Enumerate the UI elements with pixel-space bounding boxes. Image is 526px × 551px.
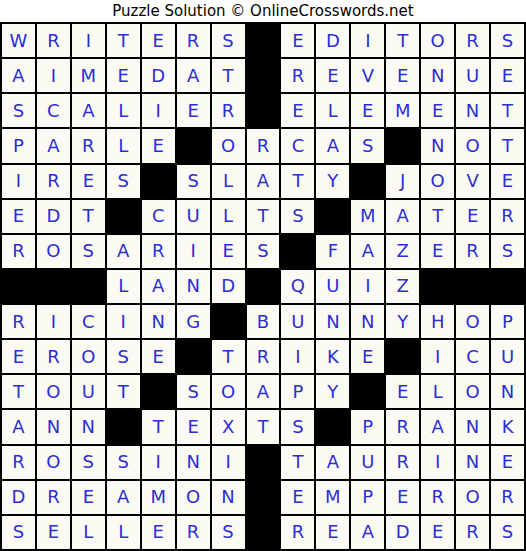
letter-cell-r7c2: O <box>37 235 70 268</box>
letter-cell-r2c13: N <box>421 59 454 92</box>
block-cell-r15c8 <box>247 516 280 549</box>
letter-cell-r8c4: L <box>107 270 140 303</box>
letter-cell-r11c1: T <box>2 375 35 408</box>
letter-cell-r13c14: N <box>456 446 489 479</box>
letter-cell-r6c12: A <box>386 200 419 233</box>
letter-cell-r1c10: D <box>316 24 349 57</box>
letter-cell-r5c12: J <box>386 165 419 198</box>
letter-cell-r8c10: U <box>316 270 349 303</box>
letter-cell-r13c1: R <box>2 446 35 479</box>
letter-cell-r8c7: D <box>212 270 245 303</box>
letter-cell-r15c7: S <box>212 516 245 549</box>
letter-cell-r4c11: S <box>351 129 384 162</box>
letter-cell-r9c15: P <box>491 305 524 338</box>
letter-cell-r3c13: E <box>421 94 454 127</box>
letter-cell-r5c9: T <box>281 165 314 198</box>
letter-cell-r14c4: A <box>107 481 140 514</box>
letter-cell-r10c13: I <box>421 340 454 373</box>
letter-cell-r5c7: L <box>212 165 245 198</box>
letter-cell-r6c6: U <box>177 200 210 233</box>
letter-cell-r4c3: R <box>72 129 105 162</box>
letter-cell-r13c10: A <box>316 446 349 479</box>
letter-cell-r4c13: N <box>421 129 454 162</box>
letter-cell-r15c4: L <box>107 516 140 549</box>
letter-cell-r2c1: A <box>2 59 35 92</box>
letter-cell-r15c10: E <box>316 516 349 549</box>
letter-cell-r3c4: L <box>107 94 140 127</box>
letter-cell-r4c9: C <box>281 129 314 162</box>
letter-cell-r8c11: I <box>351 270 384 303</box>
block-cell-r3c8 <box>247 94 280 127</box>
letter-cell-r9c8: B <box>247 305 280 338</box>
letter-cell-r13c9: T <box>281 446 314 479</box>
letter-cell-r15c14: R <box>456 516 489 549</box>
letter-cell-r4c7: O <box>212 129 245 162</box>
letter-cell-r13c2: O <box>37 446 70 479</box>
letter-cell-r1c13: O <box>421 24 454 57</box>
letter-cell-r3c6: E <box>177 94 210 127</box>
letter-cell-r1c6: R <box>177 24 210 57</box>
letter-cell-r7c14: R <box>456 235 489 268</box>
letter-cell-r9c12: Y <box>386 305 419 338</box>
block-cell-r10c12 <box>386 340 419 373</box>
letter-cell-r5c15: E <box>491 165 524 198</box>
letter-cell-r2c6: A <box>177 59 210 92</box>
letter-cell-r3c11: E <box>351 94 384 127</box>
letter-cell-r5c2: R <box>37 165 70 198</box>
letter-cell-r13c3: S <box>72 446 105 479</box>
letter-cell-r14c15: R <box>491 481 524 514</box>
block-cell-r8c13 <box>421 270 454 303</box>
letter-cell-r10c10: K <box>316 340 349 373</box>
block-cell-r8c8 <box>247 270 280 303</box>
letter-cell-r8c5: A <box>142 270 175 303</box>
letter-cell-r15c6: R <box>177 516 210 549</box>
letter-cell-r12c5: T <box>142 410 175 443</box>
block-cell-r6c4 <box>107 200 140 233</box>
letter-cell-r1c5: E <box>142 24 175 57</box>
letter-cell-r1c4: T <box>107 24 140 57</box>
block-cell-r8c1 <box>2 270 35 303</box>
block-cell-r12c10 <box>316 410 349 443</box>
letter-cell-r2c7: T <box>212 59 245 92</box>
letter-cell-r12c11: P <box>351 410 384 443</box>
letter-cell-r11c4: T <box>107 375 140 408</box>
letter-cell-r2c15: E <box>491 59 524 92</box>
letter-cell-r3c14: N <box>456 94 489 127</box>
letter-cell-r12c15: K <box>491 410 524 443</box>
block-cell-r1c8 <box>247 24 280 57</box>
letter-cell-r10c8: R <box>247 340 280 373</box>
letter-cell-r13c6: N <box>177 446 210 479</box>
letter-cell-r5c6: S <box>177 165 210 198</box>
block-cell-r10c6 <box>177 340 210 373</box>
letter-cell-r4c1: P <box>2 129 35 162</box>
block-cell-r5c5 <box>142 165 175 198</box>
letter-cell-r11c10: Y <box>316 375 349 408</box>
block-cell-r8c15 <box>491 270 524 303</box>
block-cell-r14c8 <box>247 481 280 514</box>
letter-cell-r11c12: E <box>386 375 419 408</box>
letter-cell-r15c9: R <box>281 516 314 549</box>
letter-cell-r1c7: S <box>212 24 245 57</box>
letter-cell-r14c11: P <box>351 481 384 514</box>
letter-cell-r11c9: P <box>281 375 314 408</box>
block-cell-r8c14 <box>456 270 489 303</box>
letter-cell-r3c5: I <box>142 94 175 127</box>
block-cell-r9c7 <box>212 305 245 338</box>
letter-cell-r15c11: A <box>351 516 384 549</box>
letter-cell-r3c1: S <box>2 94 35 127</box>
letter-cell-r4c8: R <box>247 129 280 162</box>
block-cell-r4c12 <box>386 129 419 162</box>
letter-cell-r2c3: M <box>72 59 105 92</box>
letter-cell-r12c6: E <box>177 410 210 443</box>
letter-cell-r6c14: E <box>456 200 489 233</box>
letter-cell-r9c10: N <box>316 305 349 338</box>
letter-cell-r11c13: L <box>421 375 454 408</box>
letter-cell-r7c13: E <box>421 235 454 268</box>
letter-cell-r10c3: O <box>72 340 105 373</box>
letter-cell-r8c9: Q <box>281 270 314 303</box>
letter-cell-r14c1: D <box>2 481 35 514</box>
letter-cell-r10c2: R <box>37 340 70 373</box>
letter-cell-r14c7: N <box>212 481 245 514</box>
page-title: Puzzle Solution © OnlineCrosswords.net <box>0 0 526 22</box>
letter-cell-r6c8: T <box>247 200 280 233</box>
letter-cell-r10c4: S <box>107 340 140 373</box>
letter-cell-r13c7: I <box>212 446 245 479</box>
letter-cell-r3c9: E <box>281 94 314 127</box>
letter-cell-r9c13: H <box>421 305 454 338</box>
letter-cell-r4c10: A <box>316 129 349 162</box>
letter-cell-r7c5: R <box>142 235 175 268</box>
letter-cell-r15c5: E <box>142 516 175 549</box>
letter-cell-r4c14: O <box>456 129 489 162</box>
letter-cell-r9c5: N <box>142 305 175 338</box>
letter-cell-r3c3: A <box>72 94 105 127</box>
letter-cell-r11c15: N <box>491 375 524 408</box>
letter-cell-r10c15: U <box>491 340 524 373</box>
letter-cell-r1c1: W <box>2 24 35 57</box>
letter-cell-r6c2: D <box>37 200 70 233</box>
letter-cell-r6c3: T <box>72 200 105 233</box>
letter-cell-r2c12: E <box>386 59 419 92</box>
letter-cell-r10c5: E <box>142 340 175 373</box>
letter-cell-r13c11: U <box>351 446 384 479</box>
letter-cell-r11c14: O <box>456 375 489 408</box>
crossword-grid: WRITERSEDITORSAIMEDATREVENUESCALIERELEME… <box>0 22 526 551</box>
letter-cell-r5c4: S <box>107 165 140 198</box>
letter-cell-r3c12: M <box>386 94 419 127</box>
letter-cell-r1c14: R <box>456 24 489 57</box>
letter-cell-r14c3: E <box>72 481 105 514</box>
letter-cell-r7c6: I <box>177 235 210 268</box>
letter-cell-r6c7: L <box>212 200 245 233</box>
letter-cell-r15c13: E <box>421 516 454 549</box>
letter-cell-r9c3: C <box>72 305 105 338</box>
letter-cell-r12c7: X <box>212 410 245 443</box>
letter-cell-r11c6: S <box>177 375 210 408</box>
letter-cell-r10c9: I <box>281 340 314 373</box>
letter-cell-r7c15: S <box>491 235 524 268</box>
letter-cell-r2c14: U <box>456 59 489 92</box>
letter-cell-r12c9: S <box>281 410 314 443</box>
block-cell-r6c10 <box>316 200 349 233</box>
letter-cell-r5c13: O <box>421 165 454 198</box>
letter-cell-r7c7: E <box>212 235 245 268</box>
letter-cell-r14c12: E <box>386 481 419 514</box>
letter-cell-r5c1: I <box>2 165 35 198</box>
letter-cell-r15c2: E <box>37 516 70 549</box>
block-cell-r13c8 <box>247 446 280 479</box>
letter-cell-r1c15: S <box>491 24 524 57</box>
letter-cell-r14c10: M <box>316 481 349 514</box>
letter-cell-r13c15: E <box>491 446 524 479</box>
letter-cell-r12c13: A <box>421 410 454 443</box>
letter-cell-r14c6: O <box>177 481 210 514</box>
letter-cell-r12c3: N <box>72 410 105 443</box>
letter-cell-r3c2: C <box>37 94 70 127</box>
block-cell-r11c5 <box>142 375 175 408</box>
letter-cell-r13c13: I <box>421 446 454 479</box>
letter-cell-r1c11: I <box>351 24 384 57</box>
letter-cell-r3c15: T <box>491 94 524 127</box>
letter-cell-r7c12: Z <box>386 235 419 268</box>
letter-cell-r7c3: S <box>72 235 105 268</box>
letter-cell-r6c15: R <box>491 200 524 233</box>
letter-cell-r2c9: R <box>281 59 314 92</box>
letter-cell-r13c4: S <box>107 446 140 479</box>
letter-cell-r11c8: A <box>247 375 280 408</box>
letter-cell-r14c5: M <box>142 481 175 514</box>
letter-cell-r10c7: T <box>212 340 245 373</box>
letter-cell-r2c4: E <box>107 59 140 92</box>
letter-cell-r4c2: A <box>37 129 70 162</box>
letter-cell-r7c1: R <box>2 235 35 268</box>
letter-cell-r11c3: U <box>72 375 105 408</box>
letter-cell-r15c12: D <box>386 516 419 549</box>
letter-cell-r2c10: E <box>316 59 349 92</box>
letter-cell-r1c9: E <box>281 24 314 57</box>
letter-cell-r4c4: L <box>107 129 140 162</box>
block-cell-r7c9 <box>281 235 314 268</box>
letter-cell-r14c13: R <box>421 481 454 514</box>
letter-cell-r14c2: R <box>37 481 70 514</box>
letter-cell-r10c1: E <box>2 340 35 373</box>
letter-cell-r15c15: S <box>491 516 524 549</box>
letter-cell-r8c12: Z <box>386 270 419 303</box>
block-cell-r4c6 <box>177 129 210 162</box>
letter-cell-r1c2: R <box>37 24 70 57</box>
letter-cell-r2c2: I <box>37 59 70 92</box>
letter-cell-r3c10: L <box>316 94 349 127</box>
letter-cell-r12c14: N <box>456 410 489 443</box>
letter-cell-r9c14: O <box>456 305 489 338</box>
letter-cell-r7c10: F <box>316 235 349 268</box>
letter-cell-r9c4: I <box>107 305 140 338</box>
letter-cell-r11c2: O <box>37 375 70 408</box>
letter-cell-r6c13: T <box>421 200 454 233</box>
letter-cell-r9c11: N <box>351 305 384 338</box>
letter-cell-r3c7: R <box>212 94 245 127</box>
block-cell-r11c11 <box>351 375 384 408</box>
letter-cell-r7c8: S <box>247 235 280 268</box>
letter-cell-r9c2: I <box>37 305 70 338</box>
block-cell-r5c11 <box>351 165 384 198</box>
letter-cell-r4c5: E <box>142 129 175 162</box>
letter-cell-r9c6: G <box>177 305 210 338</box>
letter-cell-r15c3: L <box>72 516 105 549</box>
letter-cell-r2c11: V <box>351 59 384 92</box>
letter-cell-r6c5: C <box>142 200 175 233</box>
letter-cell-r12c12: R <box>386 410 419 443</box>
letter-cell-r10c14: C <box>456 340 489 373</box>
letter-cell-r2c5: D <box>142 59 175 92</box>
letter-cell-r8c6: N <box>177 270 210 303</box>
letter-cell-r5c8: A <box>247 165 280 198</box>
puzzle-page: Puzzle Solution © OnlineCrosswords.net W… <box>0 0 526 551</box>
letter-cell-r6c1: E <box>2 200 35 233</box>
letter-cell-r14c14: O <box>456 481 489 514</box>
letter-cell-r4c15: T <box>491 129 524 162</box>
block-cell-r8c2 <box>37 270 70 303</box>
letter-cell-r5c3: E <box>72 165 105 198</box>
letter-cell-r1c3: I <box>72 24 105 57</box>
letter-cell-r10c11: E <box>351 340 384 373</box>
letter-cell-r9c9: U <box>281 305 314 338</box>
block-cell-r2c8 <box>247 59 280 92</box>
letter-cell-r15c1: S <box>2 516 35 549</box>
letter-cell-r14c9: E <box>281 481 314 514</box>
letter-cell-r7c11: A <box>351 235 384 268</box>
letter-cell-r13c12: R <box>386 446 419 479</box>
letter-cell-r12c1: A <box>2 410 35 443</box>
letter-cell-r12c2: N <box>37 410 70 443</box>
letter-cell-r7c4: A <box>107 235 140 268</box>
letter-cell-r11c7: O <box>212 375 245 408</box>
letter-cell-r13c5: I <box>142 446 175 479</box>
letter-cell-r12c8: T <box>247 410 280 443</box>
block-cell-r8c3 <box>72 270 105 303</box>
block-cell-r12c4 <box>107 410 140 443</box>
letter-cell-r6c11: M <box>351 200 384 233</box>
letter-cell-r5c14: V <box>456 165 489 198</box>
letter-cell-r5c10: Y <box>316 165 349 198</box>
letter-cell-r1c12: T <box>386 24 419 57</box>
letter-cell-r9c1: R <box>2 305 35 338</box>
letter-cell-r6c9: S <box>281 200 314 233</box>
